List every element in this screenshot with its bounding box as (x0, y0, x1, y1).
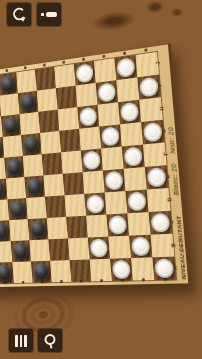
white-piece[interactable] (131, 237, 150, 256)
board-square[interactable] (74, 61, 96, 85)
board-scene: ABCDEFGHIJ Blanc: 20 Noir: 20 NIVEAU:DEB… (0, 43, 191, 290)
board-square[interactable] (129, 235, 152, 258)
board-square[interactable] (120, 122, 143, 146)
board-square[interactable] (56, 86, 77, 110)
black-piece[interactable] (0, 222, 9, 240)
board-square[interactable] (106, 213, 129, 236)
black-piece[interactable] (6, 158, 23, 177)
board-square[interactable] (38, 110, 59, 133)
board-square[interactable] (116, 77, 139, 102)
board-square[interactable] (0, 93, 19, 116)
magnifier-icon (41, 332, 59, 350)
white-piece[interactable] (127, 192, 146, 212)
board-square[interactable] (3, 135, 23, 158)
board-square[interactable] (88, 237, 110, 260)
black-piece[interactable] (26, 177, 43, 196)
board-square[interactable] (28, 218, 49, 240)
white-piece[interactable] (124, 147, 143, 167)
board-square[interactable] (86, 215, 108, 238)
board-square[interactable] (21, 133, 42, 156)
board-square[interactable] (35, 67, 56, 91)
white-piece[interactable] (101, 126, 120, 146)
board-square[interactable] (24, 175, 45, 198)
menu-button[interactable] (37, 3, 61, 26)
black-piece[interactable] (12, 242, 29, 260)
board-square[interactable] (97, 102, 119, 126)
white-piece[interactable] (79, 107, 97, 127)
board-square[interactable] (6, 177, 26, 199)
board-square[interactable] (84, 192, 106, 215)
row-letter: J (146, 58, 168, 68)
white-piece[interactable] (116, 57, 135, 78)
black-piece[interactable] (0, 180, 6, 198)
board-square[interactable] (77, 105, 99, 129)
board-square[interactable] (54, 64, 75, 88)
white-piece[interactable] (86, 195, 104, 214)
board-square[interactable] (59, 129, 80, 153)
board-square[interactable] (124, 167, 147, 191)
board-square[interactable] (96, 80, 118, 105)
board-square[interactable] (0, 72, 18, 95)
board-square[interactable] (99, 124, 121, 148)
board-square[interactable] (11, 240, 31, 262)
frame-tick (71, 279, 91, 284)
frame-tick (112, 278, 133, 283)
white-piece[interactable] (90, 239, 108, 258)
white-piece[interactable] (83, 151, 101, 171)
frame-tick (32, 279, 52, 284)
board-square[interactable] (105, 191, 128, 215)
board-square[interactable] (83, 170, 105, 193)
board-square[interactable] (40, 131, 61, 154)
white-piece[interactable] (112, 260, 131, 279)
board-square[interactable] (29, 239, 50, 261)
black-piece[interactable] (29, 220, 46, 238)
frame-tick (0, 280, 14, 285)
board-square[interactable] (16, 70, 36, 94)
board-square[interactable] (76, 83, 98, 107)
board-square[interactable] (63, 172, 85, 195)
board-square[interactable] (37, 88, 58, 112)
board-square[interactable] (122, 145, 145, 169)
board-square[interactable] (4, 156, 24, 179)
blanc-count: Blanc: 20 (170, 163, 179, 195)
black-piece[interactable] (33, 263, 50, 281)
frame-tick (52, 279, 72, 284)
noir-count: Noir: 20 (167, 127, 176, 154)
board-square[interactable] (61, 150, 83, 173)
board-square[interactable] (66, 216, 88, 239)
board-square[interactable] (68, 238, 90, 261)
white-piece[interactable] (105, 171, 124, 191)
board-square[interactable] (103, 169, 126, 193)
frame-tick (133, 277, 155, 282)
board-square[interactable] (114, 55, 137, 80)
black-piece[interactable] (0, 264, 12, 282)
frame-tick (14, 280, 33, 285)
board-square[interactable] (118, 100, 141, 125)
black-piece[interactable] (23, 135, 40, 154)
three-bars-icon (15, 335, 27, 347)
board-frame: ABCDEFGHIJ Blanc: 20 Noir: 20 NIVEAU:DEB… (0, 43, 191, 290)
board-square[interactable] (19, 112, 40, 135)
undo-button[interactable] (7, 3, 31, 26)
board-square[interactable] (108, 236, 131, 259)
white-piece[interactable] (76, 63, 94, 83)
white-piece[interactable] (98, 82, 117, 102)
black-piece[interactable] (3, 116, 20, 135)
zoom-button[interactable] (38, 329, 62, 352)
board-square[interactable] (101, 147, 124, 171)
black-piece[interactable] (0, 74, 16, 93)
app-background: { "game": { "name": "Checkers — Internat… (0, 0, 202, 359)
board-square[interactable] (58, 107, 79, 131)
board-square[interactable] (79, 127, 101, 151)
board-square[interactable] (45, 195, 66, 218)
board-square[interactable] (42, 152, 63, 175)
board-square[interactable] (26, 197, 47, 219)
board-square[interactable] (43, 174, 64, 197)
board-square[interactable] (94, 58, 116, 83)
board-square[interactable] (47, 217, 68, 239)
board-square[interactable] (7, 198, 27, 220)
board-square[interactable] (125, 189, 148, 213)
moves-list-button[interactable] (9, 329, 33, 352)
black-piece[interactable] (9, 200, 26, 218)
board-square[interactable] (9, 219, 29, 241)
board-square[interactable] (64, 194, 86, 217)
board-square[interactable] (81, 149, 103, 173)
undo-rotate-arrow-icon (10, 6, 28, 24)
board-square[interactable] (48, 238, 69, 260)
board-square[interactable] (18, 91, 38, 114)
frame-tick (91, 278, 112, 283)
board-square[interactable] (127, 212, 150, 236)
black-piece[interactable] (20, 93, 37, 112)
white-piece[interactable] (108, 215, 127, 234)
board-square[interactable] (1, 114, 21, 137)
board-square[interactable] (23, 154, 44, 177)
white-piece[interactable] (120, 102, 139, 122)
dot-dash-icon (41, 12, 58, 17)
